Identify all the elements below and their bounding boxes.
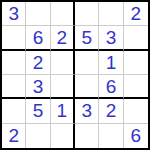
cell-r6c6[interactable]: 6 bbox=[124, 124, 148, 148]
cell-r1c4[interactable] bbox=[75, 2, 99, 26]
cell-r1c1[interactable]: 3 bbox=[2, 2, 26, 26]
given-digit: 3 bbox=[106, 28, 117, 47]
sudoku-board: 3262532136513226 bbox=[0, 0, 150, 150]
cell-r4c6[interactable] bbox=[124, 75, 148, 99]
cell-r3c2[interactable]: 2 bbox=[26, 51, 50, 75]
cell-r6c2[interactable] bbox=[26, 124, 50, 148]
cell-r3c1[interactable] bbox=[2, 51, 26, 75]
cell-r4c4[interactable] bbox=[75, 75, 99, 99]
given-digit: 2 bbox=[33, 53, 44, 72]
cell-r3c3[interactable] bbox=[51, 51, 75, 75]
cell-r5c3[interactable]: 1 bbox=[51, 99, 75, 123]
given-digit: 2 bbox=[57, 28, 68, 47]
given-digit: 6 bbox=[106, 77, 117, 96]
cell-r5c4[interactable]: 3 bbox=[75, 99, 99, 123]
given-digit: 3 bbox=[33, 77, 44, 96]
cell-r4c5[interactable]: 6 bbox=[99, 75, 123, 99]
cell-r1c6[interactable]: 2 bbox=[124, 2, 148, 26]
given-digit: 3 bbox=[8, 4, 19, 23]
cell-r2c6[interactable] bbox=[124, 26, 148, 50]
cell-r4c2[interactable]: 3 bbox=[26, 75, 50, 99]
given-digit: 1 bbox=[57, 101, 68, 120]
cell-r3c6[interactable] bbox=[124, 51, 148, 75]
given-digit: 2 bbox=[106, 101, 117, 120]
cell-r2c2[interactable]: 6 bbox=[26, 26, 50, 50]
given-digit: 5 bbox=[33, 101, 44, 120]
cell-r3c4[interactable] bbox=[75, 51, 99, 75]
given-digit: 2 bbox=[131, 4, 142, 23]
cell-r4c1[interactable] bbox=[2, 75, 26, 99]
given-digit: 2 bbox=[8, 126, 19, 145]
cell-r1c2[interactable] bbox=[26, 2, 50, 26]
cell-r1c3[interactable] bbox=[51, 2, 75, 26]
cell-r5c2[interactable]: 5 bbox=[26, 99, 50, 123]
cell-r6c3[interactable] bbox=[51, 124, 75, 148]
given-digit: 3 bbox=[81, 101, 92, 120]
given-digit: 5 bbox=[81, 28, 92, 47]
given-digit: 1 bbox=[106, 53, 117, 72]
cell-r6c4[interactable] bbox=[75, 124, 99, 148]
cell-r2c5[interactable]: 3 bbox=[99, 26, 123, 50]
cell-r5c1[interactable] bbox=[2, 99, 26, 123]
cell-r4c3[interactable] bbox=[51, 75, 75, 99]
cell-r2c4[interactable]: 5 bbox=[75, 26, 99, 50]
cell-r2c1[interactable] bbox=[2, 26, 26, 50]
cell-r6c1[interactable]: 2 bbox=[2, 124, 26, 148]
given-digit: 6 bbox=[33, 28, 44, 47]
cell-r5c5[interactable]: 2 bbox=[99, 99, 123, 123]
cell-r5c6[interactable] bbox=[124, 99, 148, 123]
cell-r6c5[interactable] bbox=[99, 124, 123, 148]
cell-r1c5[interactable] bbox=[99, 2, 123, 26]
given-digit: 6 bbox=[131, 126, 142, 145]
cell-r3c5[interactable]: 1 bbox=[99, 51, 123, 75]
cell-r2c3[interactable]: 2 bbox=[51, 26, 75, 50]
